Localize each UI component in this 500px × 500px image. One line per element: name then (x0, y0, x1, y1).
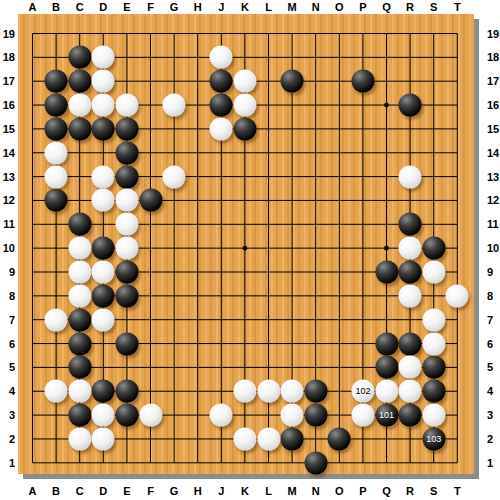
row-label-right-3: 3 (487, 409, 493, 421)
stone-white-D9 (92, 261, 115, 284)
stone-white-L2 (257, 427, 280, 450)
stone-white-B14 (45, 141, 68, 164)
stone-white-S3 (422, 404, 445, 427)
row-label-right-18: 18 (487, 51, 499, 63)
stone-black-F12 (139, 189, 162, 212)
col-label-bottom-S: S (430, 485, 437, 497)
move-number-label: 101 (379, 411, 394, 420)
stone-white-F3 (139, 404, 162, 427)
stone-black-B12 (45, 189, 68, 212)
stone-white-D13 (92, 165, 115, 188)
stone-white-D16 (92, 94, 115, 117)
stone-black-S4 (422, 380, 445, 403)
stone-white-G16 (163, 94, 186, 117)
stone-black-C7 (68, 308, 91, 331)
row-label-right-7: 7 (487, 314, 493, 326)
stone-black-M2 (281, 427, 304, 450)
col-label-top-Q: Q (382, 1, 391, 13)
col-label-top-P: P (359, 1, 366, 13)
row-label-left-13: 13 (0, 171, 15, 183)
col-label-top-F: F (147, 1, 154, 13)
stone-black-C17 (68, 70, 91, 93)
col-label-top-O: O (335, 1, 344, 13)
star-point-Q16 (384, 103, 389, 108)
stone-white-D17 (92, 70, 115, 93)
row-label-left-3: 3 (0, 409, 15, 421)
row-label-right-10: 10 (487, 242, 499, 254)
stone-black-M17 (281, 70, 304, 93)
stone-white-C16 (68, 94, 91, 117)
row-label-right-6: 6 (487, 338, 493, 350)
col-label-bottom-C: C (76, 485, 84, 497)
row-label-right-16: 16 (487, 99, 499, 111)
row-label-left-6: 6 (0, 338, 15, 350)
stone-white-R4 (399, 380, 422, 403)
stone-black-R9 (399, 261, 422, 284)
row-label-left-10: 10 (0, 242, 15, 254)
stone-black-Q9 (375, 261, 398, 284)
row-label-left-17: 17 (0, 75, 15, 87)
stone-black-D15 (92, 117, 115, 140)
stone-white-E11 (115, 213, 138, 236)
stone-white-D7 (92, 308, 115, 331)
stone-black-D8 (92, 284, 115, 307)
stone-white-J3 (210, 404, 233, 427)
col-label-top-G: G (170, 1, 179, 13)
col-label-bottom-R: R (406, 485, 414, 497)
col-label-top-K: K (241, 1, 249, 13)
stone-black-N3 (304, 404, 327, 427)
stone-black-R6 (399, 332, 422, 355)
stone-white-S9 (422, 261, 445, 284)
row-label-left-8: 8 (0, 290, 15, 302)
stone-white-R13 (399, 165, 422, 188)
stone-white-L4 (257, 380, 280, 403)
stone-white-B7 (45, 308, 68, 331)
col-label-top-M: M (288, 1, 297, 13)
stone-white-C8 (68, 284, 91, 307)
stone-white-D12 (92, 189, 115, 212)
stone-black-J16 (210, 94, 233, 117)
stone-black-B16 (45, 94, 68, 117)
row-label-left-15: 15 (0, 123, 15, 135)
stone-black-Q6 (375, 332, 398, 355)
row-label-left-16: 16 (0, 99, 15, 111)
stone-black-C6 (68, 332, 91, 355)
stone-white-B13 (45, 165, 68, 188)
stone-black-K15 (233, 117, 256, 140)
stone-black-R3 (399, 404, 422, 427)
go-diagram-page: 101103102 ABCDEFGHJKLMNOPQRST ABCDEFGHJK… (0, 0, 500, 500)
row-label-right-15: 15 (487, 123, 499, 135)
stone-black-E14 (115, 141, 138, 164)
stone-black-R11 (399, 213, 422, 236)
stone-black-O2 (328, 427, 351, 450)
stone-white-J15 (210, 117, 233, 140)
stone-white-K4 (233, 380, 256, 403)
stone-black-S5 (422, 356, 445, 379)
stone-white-R5 (399, 356, 422, 379)
row-label-left-4: 4 (0, 385, 15, 397)
stone-black-C5 (68, 356, 91, 379)
col-label-top-A: A (29, 1, 37, 13)
row-label-left-1: 1 (0, 457, 15, 469)
stone-white-E10 (115, 237, 138, 260)
col-label-bottom-M: M (288, 485, 297, 497)
row-label-right-5: 5 (487, 361, 493, 373)
stone-white-S6 (422, 332, 445, 355)
col-label-bottom-F: F (147, 485, 154, 497)
goban[interactable]: 101103102 (18, 14, 474, 474)
col-label-bottom-A: A (29, 485, 37, 497)
col-label-bottom-K: K (241, 485, 249, 497)
col-label-top-J: J (218, 1, 224, 13)
stone-white-K17 (233, 70, 256, 93)
col-label-bottom-Q: Q (382, 485, 391, 497)
stone-black-N1 (304, 451, 327, 474)
col-label-bottom-E: E (123, 485, 130, 497)
row-label-left-12: 12 (0, 194, 15, 206)
row-label-right-11: 11 (487, 218, 499, 230)
stone-white-E12 (115, 189, 138, 212)
stone-white-J18 (210, 46, 233, 69)
row-label-right-8: 8 (487, 290, 493, 302)
row-label-left-14: 14 (0, 147, 15, 159)
stone-black-D10 (92, 237, 115, 260)
row-label-right-1: 1 (487, 457, 493, 469)
col-label-top-E: E (123, 1, 130, 13)
col-label-bottom-J: J (218, 485, 224, 497)
stone-white-K2 (233, 427, 256, 450)
col-label-bottom-L: L (265, 485, 272, 497)
stone-white-D2 (92, 427, 115, 450)
stone-black-C18 (68, 46, 91, 69)
col-label-top-T: T (454, 1, 461, 13)
star-point-Q10 (384, 246, 389, 251)
stone-black-S2: 103 (422, 427, 445, 450)
col-label-bottom-O: O (335, 485, 344, 497)
stone-black-C11 (68, 213, 91, 236)
star-point-K10 (243, 246, 248, 251)
row-label-right-19: 19 (487, 28, 499, 40)
col-label-top-R: R (406, 1, 414, 13)
stone-white-M3 (281, 404, 304, 427)
move-number-label: 102 (355, 387, 370, 396)
stone-white-K16 (233, 94, 256, 117)
stone-black-B17 (45, 70, 68, 93)
stone-black-E6 (115, 332, 138, 355)
stone-white-B4 (45, 380, 68, 403)
col-label-top-H: H (194, 1, 202, 13)
row-label-right-17: 17 (487, 75, 499, 87)
row-label-right-14: 14 (487, 147, 499, 159)
row-label-left-19: 19 (0, 28, 15, 40)
stone-black-E8 (115, 284, 138, 307)
stone-white-S7 (422, 308, 445, 331)
row-label-right-4: 4 (487, 385, 493, 397)
col-label-bottom-T: T (454, 485, 461, 497)
row-label-left-11: 11 (0, 218, 15, 230)
stone-white-M4 (281, 380, 304, 403)
stone-black-Q3: 101 (375, 404, 398, 427)
stone-white-E16 (115, 94, 138, 117)
col-label-top-D: D (99, 1, 107, 13)
stone-black-N4 (304, 380, 327, 403)
col-label-bottom-B: B (52, 485, 60, 497)
col-label-top-N: N (312, 1, 320, 13)
stone-black-S10 (422, 237, 445, 260)
stone-black-Q5 (375, 356, 398, 379)
stone-black-E3 (115, 404, 138, 427)
row-label-right-13: 13 (487, 171, 499, 183)
stone-black-E4 (115, 380, 138, 403)
col-label-bottom-G: G (170, 485, 179, 497)
col-label-bottom-P: P (359, 485, 366, 497)
stone-black-J17 (210, 70, 233, 93)
stone-black-C3 (68, 404, 91, 427)
row-label-right-2: 2 (487, 433, 493, 445)
row-label-left-9: 9 (0, 266, 15, 278)
stone-white-C10 (68, 237, 91, 260)
col-label-bottom-H: H (194, 485, 202, 497)
stone-black-P17 (351, 70, 374, 93)
row-label-left-18: 18 (0, 51, 15, 63)
stone-white-G13 (163, 165, 186, 188)
stone-white-C4 (68, 380, 91, 403)
col-label-bottom-N: N (312, 485, 320, 497)
row-label-left-5: 5 (0, 361, 15, 373)
row-label-left-2: 2 (0, 433, 15, 445)
stone-white-C2 (68, 427, 91, 450)
col-label-top-S: S (430, 1, 437, 13)
stone-black-E13 (115, 165, 138, 188)
stone-white-T8 (446, 284, 469, 307)
stone-white-P4: 102 (351, 380, 374, 403)
stone-black-D4 (92, 380, 115, 403)
stone-white-C9 (68, 261, 91, 284)
row-label-right-9: 9 (487, 266, 493, 278)
row-label-right-12: 12 (487, 194, 499, 206)
col-label-bottom-D: D (99, 485, 107, 497)
stone-white-R8 (399, 284, 422, 307)
stone-black-E9 (115, 261, 138, 284)
move-number-label: 103 (426, 434, 441, 443)
col-label-top-C: C (76, 1, 84, 13)
stone-black-E15 (115, 117, 138, 140)
stone-white-D18 (92, 46, 115, 69)
stone-white-P3 (351, 404, 374, 427)
col-label-top-B: B (52, 1, 60, 13)
stone-black-C15 (68, 117, 91, 140)
stone-black-R16 (399, 94, 422, 117)
stone-white-Q4 (375, 380, 398, 403)
stone-white-R10 (399, 237, 422, 260)
row-label-left-7: 7 (0, 314, 15, 326)
stone-white-D3 (92, 404, 115, 427)
col-label-top-L: L (265, 1, 272, 13)
stone-black-B15 (45, 117, 68, 140)
